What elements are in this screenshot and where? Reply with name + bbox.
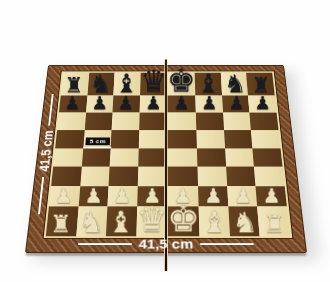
square-e4[interactable] [167, 148, 198, 167]
square-c4[interactable] [110, 148, 139, 167]
square-b7[interactable]: ♟ [86, 96, 114, 113]
square-b4[interactable] [81, 148, 110, 167]
piece-black-pawn[interactable]: ♟ [196, 91, 223, 113]
piece-white-knight[interactable]: ♞ [76, 202, 106, 237]
piece-black-pawn[interactable]: ♟ [167, 91, 196, 113]
square-f6[interactable] [196, 113, 224, 130]
product-photo-stage: ♜♞♝♛♚♝♞♜♟♟♟♟♟♟♟♟♟♟♟♟♟♟♟♟♜♞♝♛♚♝♞♜5 cm 41,… [0, 0, 330, 282]
piece-white-king[interactable]: ♚ [167, 202, 200, 237]
piece-black-pawn[interactable]: ♟ [86, 91, 113, 113]
square-e1[interactable]: ♚ [167, 206, 200, 236]
piece-black-pawn[interactable]: ♟ [113, 91, 140, 113]
square-size-underline-icon [83, 147, 111, 148]
square-d4[interactable] [138, 148, 167, 167]
chess-board: ♜♞♝♛♚♝♞♜♟♟♟♟♟♟♟♟♟♟♟♟♟♟♟♟♜♞♝♛♚♝♞♜5 cm 41,… [25, 65, 307, 253]
square-f4[interactable] [197, 148, 226, 167]
piece-black-pawn[interactable]: ♟ [223, 91, 250, 113]
square-g4[interactable] [225, 148, 254, 167]
piece-white-rook[interactable]: ♜ [46, 202, 76, 237]
square-b6[interactable] [84, 113, 112, 130]
square-e5[interactable] [167, 130, 197, 148]
square-d5[interactable] [138, 130, 167, 148]
square-a1[interactable]: ♜ [46, 206, 78, 236]
square-g6[interactable] [223, 113, 251, 130]
square-f7[interactable]: ♟ [196, 96, 223, 113]
square-g1[interactable]: ♞ [228, 206, 260, 236]
square-c5[interactable] [111, 130, 139, 148]
square-c6[interactable] [112, 113, 140, 130]
square-f5[interactable] [197, 130, 225, 148]
piece-white-rook[interactable]: ♜ [260, 202, 290, 237]
piece-white-bishop[interactable]: ♝ [106, 202, 136, 237]
dimension-line-icon [48, 94, 53, 126]
square-h1[interactable]: ♜ [258, 206, 291, 236]
square-c7[interactable]: ♟ [113, 96, 140, 113]
square-h5[interactable] [251, 130, 280, 148]
piece-black-pawn[interactable]: ♟ [250, 91, 277, 113]
dimension-line-icon [37, 177, 43, 214]
square-h4[interactable] [253, 148, 283, 167]
dimension-line-icon [78, 243, 132, 245]
square-a7[interactable]: ♟ [59, 96, 87, 113]
square-d1[interactable]: ♛ [136, 206, 167, 236]
square-e7[interactable]: ♟ [167, 96, 196, 113]
square-h7[interactable]: ♟ [248, 96, 276, 113]
square-c1[interactable]: ♝ [106, 206, 137, 236]
piece-white-knight[interactable]: ♞ [230, 202, 260, 237]
square-f1[interactable]: ♝ [199, 206, 230, 236]
piece-black-pawn[interactable]: ♟ [59, 91, 86, 113]
piece-white-bishop[interactable]: ♝ [200, 202, 230, 237]
square-d6[interactable] [139, 113, 167, 130]
square-d7[interactable]: ♟ [139, 96, 167, 113]
square-a4[interactable] [53, 148, 83, 167]
square-a5[interactable] [55, 130, 84, 148]
square-g5[interactable] [224, 130, 253, 148]
square-b1[interactable]: ♞ [76, 206, 108, 236]
piece-black-pawn[interactable]: ♟ [139, 91, 167, 113]
playfield: ♜♞♝♛♚♝♞♜♟♟♟♟♟♟♟♟♟♟♟♟♟♟♟♟♜♞♝♛♚♝♞♜5 cm [44, 71, 293, 238]
square-h6[interactable] [250, 113, 279, 130]
dimension-line-icon [200, 243, 254, 245]
square-g7[interactable]: ♟ [222, 96, 250, 113]
piece-white-queen[interactable]: ♛ [136, 202, 167, 237]
square-e6[interactable] [167, 113, 197, 130]
square-a6[interactable] [57, 113, 86, 130]
